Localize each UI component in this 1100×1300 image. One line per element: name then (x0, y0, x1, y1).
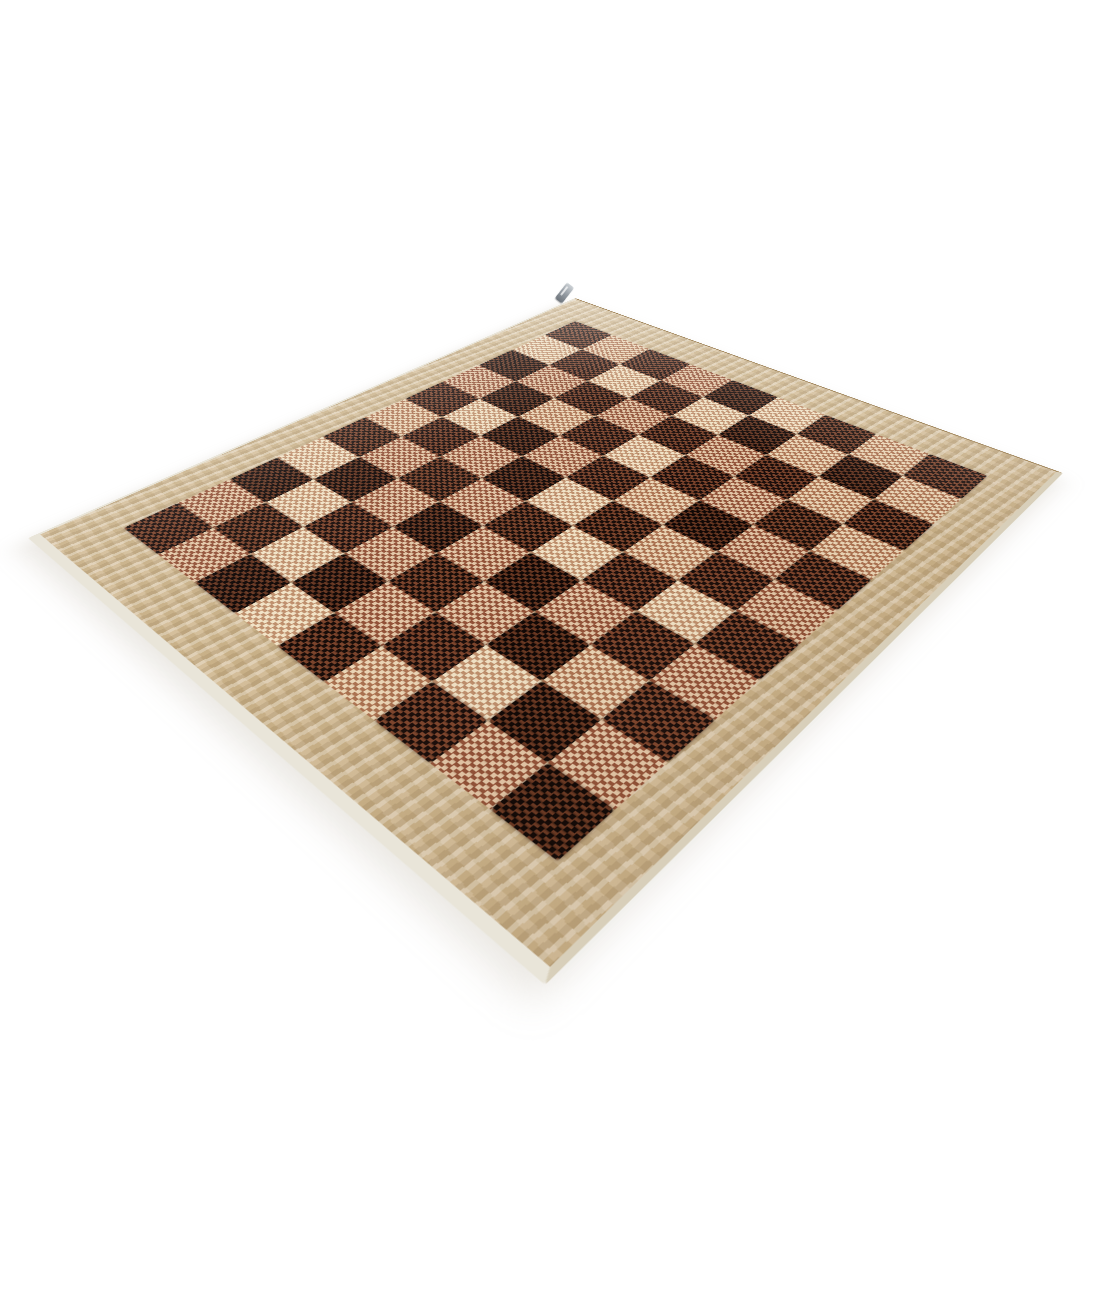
rug (28, 298, 1063, 985)
checkerboard-field (124, 321, 988, 861)
photo-canvas (0, 0, 1100, 1300)
rug-border (28, 298, 1063, 985)
